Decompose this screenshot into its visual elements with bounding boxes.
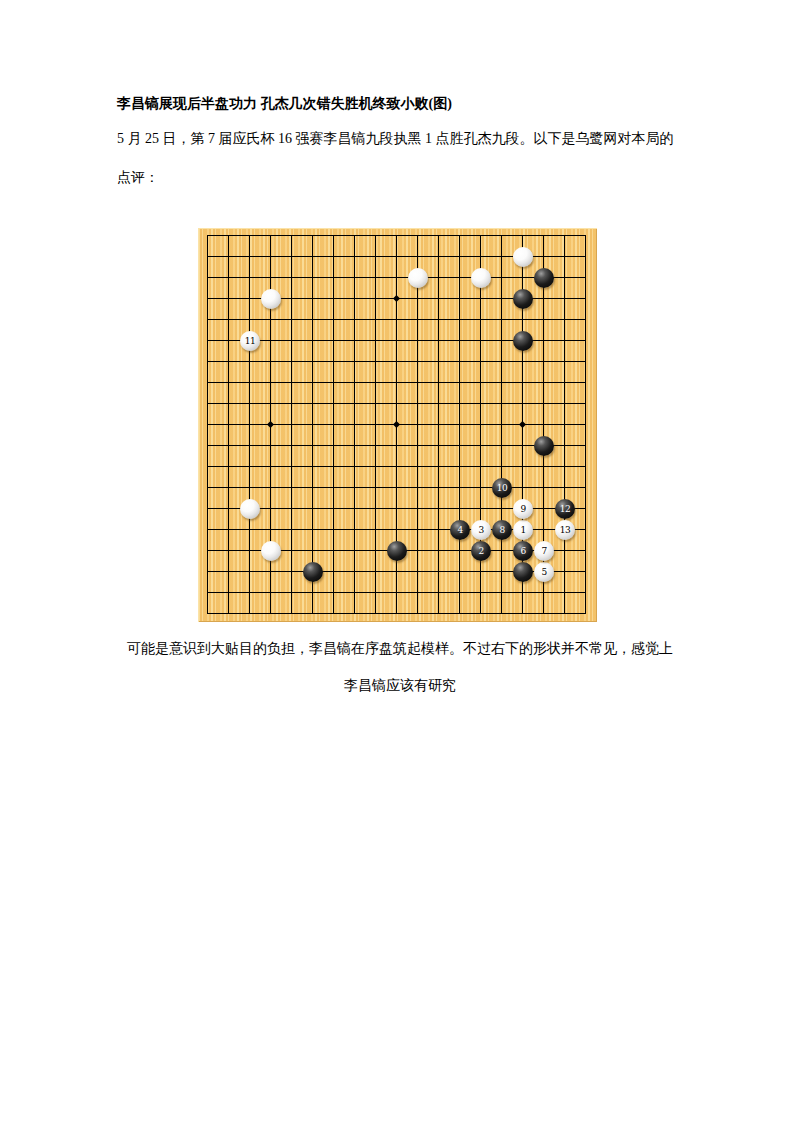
- go-board: 12345678910111213: [198, 228, 597, 622]
- white-stone-N17: [471, 268, 491, 288]
- white-stone-L17: [408, 268, 428, 288]
- black-stone-O4: 2: [471, 541, 491, 561]
- white-stone-C6: [240, 499, 260, 519]
- board-caption-line1: 可能是意识到大贴目的负担，李昌镐在序盘筑起模样。不过右下的形状并不常见，感觉上: [117, 639, 683, 658]
- white-stone-Q5: 1: [513, 520, 533, 540]
- black-stone-Q3: [513, 562, 533, 582]
- move-number-label: 1: [513, 520, 533, 540]
- star-point: [267, 421, 274, 428]
- move-number-label: 2: [471, 541, 491, 561]
- article-page: 李昌镐展现后半盘功力 孔杰几次错失胜机终致小败(图) 5 月 25 日，第 7 …: [0, 0, 793, 1122]
- black-stone-N5: 4: [450, 520, 470, 540]
- black-stone-Q4: 6: [513, 541, 533, 561]
- go-board-grid: 12345678910111213: [207, 235, 586, 614]
- move-number-label: 9: [513, 499, 533, 519]
- move-number-label: 6: [513, 541, 533, 561]
- move-number-label: 3: [471, 520, 491, 540]
- board-caption-line2: 李昌镐应该有研究: [117, 676, 683, 695]
- move-number-label: 4: [450, 520, 470, 540]
- white-stone-R4: 7: [534, 541, 554, 561]
- move-number-label: 11: [240, 331, 260, 351]
- move-number-label: 7: [534, 541, 554, 561]
- black-stone-O7: 10: [492, 478, 512, 498]
- star-point: [393, 421, 400, 428]
- black-stone-K4: [387, 541, 407, 561]
- star-point: [393, 295, 400, 302]
- move-number-label: 5: [534, 562, 554, 582]
- black-stone-F3: [303, 562, 323, 582]
- intro-paragraph-line2: 点评：: [117, 168, 159, 187]
- move-number-label: 8: [492, 520, 512, 540]
- white-stone-D4: [261, 541, 281, 561]
- white-stone-Q18: [513, 247, 533, 267]
- black-stone-Q16: [513, 289, 533, 309]
- white-stone-C14: 11: [240, 331, 260, 351]
- white-stone-Q6: 9: [513, 499, 533, 519]
- move-number-label: 13: [555, 520, 575, 540]
- black-stone-R9: [534, 436, 554, 456]
- move-number-label: 10: [492, 478, 512, 498]
- black-stone-S6: 12: [555, 499, 575, 519]
- black-stone-R17: [534, 268, 554, 288]
- black-stone-Q14: [513, 331, 533, 351]
- intro-paragraph-line1: 5 月 25 日，第 7 届应氏杯 16 强赛李昌镐九段执黑 1 点胜孔杰九段。…: [117, 129, 674, 148]
- white-stone-R3: 5: [534, 562, 554, 582]
- article-title: 李昌镐展现后半盘功力 孔杰几次错失胜机终致小败(图): [117, 94, 452, 113]
- white-stone-S5: 13: [555, 520, 575, 540]
- move-number-label: 12: [555, 499, 575, 519]
- white-stone-D16: [261, 289, 281, 309]
- star-point: [519, 421, 526, 428]
- black-stone-P5: 8: [492, 520, 512, 540]
- white-stone-O5: 3: [471, 520, 491, 540]
